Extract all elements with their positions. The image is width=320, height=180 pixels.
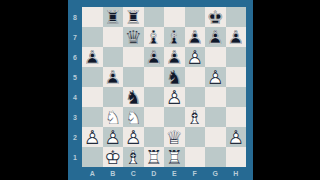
square-f8[interactable] bbox=[185, 7, 206, 27]
square-b4[interactable] bbox=[103, 87, 124, 107]
square-h7[interactable]: ♟♙ bbox=[226, 27, 247, 47]
square-b2[interactable]: ♟♙ bbox=[103, 127, 124, 147]
square-d8[interactable] bbox=[144, 7, 165, 27]
square-h5[interactable] bbox=[226, 67, 247, 87]
rank-label-4: 4 bbox=[68, 87, 82, 107]
piece-black-pawn[interactable]: ♟♙ bbox=[82, 47, 103, 67]
square-f7[interactable]: ♟♙ bbox=[185, 27, 206, 47]
rank-label-7: 7 bbox=[68, 27, 82, 47]
rank-label-1: 1 bbox=[68, 147, 82, 167]
piece-black-pawn[interactable]: ♟♙ bbox=[226, 27, 247, 47]
square-g8[interactable]: ♚♔ bbox=[205, 7, 226, 27]
piece-black-rook[interactable]: ♜♖ bbox=[103, 7, 124, 27]
file-label-b: B bbox=[103, 167, 124, 180]
square-c7[interactable]: ♛♕ bbox=[123, 27, 144, 47]
square-c6[interactable] bbox=[123, 47, 144, 67]
square-g2[interactable] bbox=[205, 127, 226, 147]
file-labels: ABCDEFGH bbox=[82, 167, 246, 180]
piece-black-queen[interactable]: ♛♕ bbox=[123, 27, 144, 47]
square-f4[interactable] bbox=[185, 87, 206, 107]
square-f5[interactable] bbox=[185, 67, 206, 87]
square-g1[interactable] bbox=[205, 147, 226, 167]
piece-white-rook[interactable]: ♜♖ bbox=[144, 147, 165, 167]
square-a5[interactable] bbox=[82, 67, 103, 87]
file-label-f: F bbox=[185, 167, 206, 180]
rank-labels: 87654321 bbox=[68, 7, 82, 167]
piece-white-queen[interactable]: ♛♕ bbox=[164, 127, 185, 147]
square-b5[interactable]: ♟♙ bbox=[103, 67, 124, 87]
square-a4[interactable] bbox=[82, 87, 103, 107]
square-d5[interactable] bbox=[144, 67, 165, 87]
letterbox-right bbox=[253, 0, 320, 180]
piece-black-pawn[interactable]: ♟♙ bbox=[185, 27, 206, 47]
piece-white-bishop[interactable]: ♝♗ bbox=[185, 107, 206, 127]
square-d2[interactable] bbox=[144, 127, 165, 147]
rank-label-3: 3 bbox=[68, 107, 82, 127]
square-d3[interactable] bbox=[144, 107, 165, 127]
piece-white-king[interactable]: ♚♔ bbox=[103, 147, 124, 167]
file-label-a: A bbox=[82, 167, 103, 180]
square-d6[interactable]: ♟♙ bbox=[144, 47, 165, 67]
square-e8[interactable] bbox=[164, 7, 185, 27]
piece-black-pawn[interactable]: ♟♙ bbox=[205, 27, 226, 47]
square-h1[interactable] bbox=[226, 147, 247, 167]
rank-label-8: 8 bbox=[68, 7, 82, 27]
piece-black-pawn[interactable]: ♟♙ bbox=[103, 67, 124, 87]
piece-white-knight[interactable]: ♞♘ bbox=[123, 107, 144, 127]
piece-white-pawn[interactable]: ♟♙ bbox=[205, 67, 226, 87]
square-c8[interactable]: ♜♖ bbox=[123, 7, 144, 27]
square-c3[interactable]: ♞♘ bbox=[123, 107, 144, 127]
square-a7[interactable] bbox=[82, 27, 103, 47]
square-e1[interactable]: ♜♖ bbox=[164, 147, 185, 167]
square-a1[interactable] bbox=[82, 147, 103, 167]
square-h4[interactable] bbox=[226, 87, 247, 107]
square-d7[interactable]: ♝♗ bbox=[144, 27, 165, 47]
piece-black-bishop[interactable]: ♝♗ bbox=[144, 27, 165, 47]
square-h2[interactable]: ♟♙ bbox=[226, 127, 247, 147]
square-a3[interactable] bbox=[82, 107, 103, 127]
square-c4[interactable]: ♞♘ bbox=[123, 87, 144, 107]
file-label-h: H bbox=[226, 167, 247, 180]
piece-white-pawn[interactable]: ♟♙ bbox=[164, 87, 185, 107]
square-a6[interactable]: ♟♙ bbox=[82, 47, 103, 67]
square-h8[interactable] bbox=[226, 7, 247, 27]
square-e4[interactable]: ♟♙ bbox=[164, 87, 185, 107]
file-label-e: E bbox=[164, 167, 185, 180]
board-grid: ♜♖♜♖♚♔♛♕♝♗♝♗♟♙♟♙♟♙♟♙♟♙♟♙♟♙♟♙♞♘♟♙♞♘♟♙♞♘♞♘… bbox=[82, 7, 246, 167]
piece-white-rook[interactable]: ♜♖ bbox=[164, 147, 185, 167]
square-c2[interactable]: ♟♙ bbox=[123, 127, 144, 147]
square-e3[interactable] bbox=[164, 107, 185, 127]
square-h6[interactable] bbox=[226, 47, 247, 67]
square-a8[interactable] bbox=[82, 7, 103, 27]
square-f1[interactable] bbox=[185, 147, 206, 167]
square-b6[interactable] bbox=[103, 47, 124, 67]
square-e6[interactable]: ♟♙ bbox=[164, 47, 185, 67]
square-g3[interactable] bbox=[205, 107, 226, 127]
square-a2[interactable]: ♟♙ bbox=[82, 127, 103, 147]
square-h3[interactable] bbox=[226, 107, 247, 127]
square-f6[interactable]: ♟♙ bbox=[185, 47, 206, 67]
square-f2[interactable] bbox=[185, 127, 206, 147]
piece-black-knight[interactable]: ♞♘ bbox=[164, 67, 185, 87]
square-e5[interactable]: ♞♘ bbox=[164, 67, 185, 87]
file-label-d: D bbox=[144, 167, 165, 180]
square-g6[interactable] bbox=[205, 47, 226, 67]
piece-black-pawn[interactable]: ♟♙ bbox=[144, 47, 165, 67]
piece-black-knight[interactable]: ♞♘ bbox=[123, 87, 144, 107]
piece-black-pawn[interactable]: ♟♙ bbox=[164, 47, 185, 67]
square-b8[interactable]: ♜♖ bbox=[103, 7, 124, 27]
square-c1[interactable]: ♝♗ bbox=[123, 147, 144, 167]
rank-label-5: 5 bbox=[68, 67, 82, 87]
piece-black-king[interactable]: ♚♔ bbox=[205, 7, 226, 27]
square-b1[interactable]: ♚♔ bbox=[103, 147, 124, 167]
video-frame: ♜♖♜♖♚♔♛♕♝♗♝♗♟♙♟♙♟♙♟♙♟♙♟♙♟♙♟♙♞♘♟♙♞♘♟♙♞♘♞♘… bbox=[0, 0, 320, 180]
piece-white-bishop[interactable]: ♝♗ bbox=[123, 147, 144, 167]
piece-white-knight[interactable]: ♞♘ bbox=[103, 107, 124, 127]
piece-white-pawn[interactable]: ♟♙ bbox=[226, 127, 247, 147]
piece-white-pawn[interactable]: ♟♙ bbox=[185, 47, 206, 67]
rank-label-6: 6 bbox=[68, 47, 82, 67]
square-d4[interactable] bbox=[144, 87, 165, 107]
file-label-g: G bbox=[205, 167, 226, 180]
piece-white-pawn[interactable]: ♟♙ bbox=[82, 127, 103, 147]
piece-black-bishop[interactable]: ♝♗ bbox=[164, 27, 185, 47]
square-b7[interactable] bbox=[103, 27, 124, 47]
piece-white-pawn[interactable]: ♟♙ bbox=[103, 127, 124, 147]
square-b3[interactable]: ♞♘ bbox=[103, 107, 124, 127]
square-d1[interactable]: ♜♖ bbox=[144, 147, 165, 167]
piece-white-pawn[interactable]: ♟♙ bbox=[123, 127, 144, 147]
piece-black-rook[interactable]: ♜♖ bbox=[123, 7, 144, 27]
square-f3[interactable]: ♝♗ bbox=[185, 107, 206, 127]
square-c5[interactable] bbox=[123, 67, 144, 87]
file-label-c: C bbox=[123, 167, 144, 180]
rank-label-2: 2 bbox=[68, 127, 82, 147]
letterbox-left bbox=[0, 0, 68, 180]
square-g4[interactable] bbox=[205, 87, 226, 107]
square-e7[interactable]: ♝♗ bbox=[164, 27, 185, 47]
square-e2[interactable]: ♛♕ bbox=[164, 127, 185, 147]
square-g5[interactable]: ♟♙ bbox=[205, 67, 226, 87]
square-g7[interactable]: ♟♙ bbox=[205, 27, 226, 47]
